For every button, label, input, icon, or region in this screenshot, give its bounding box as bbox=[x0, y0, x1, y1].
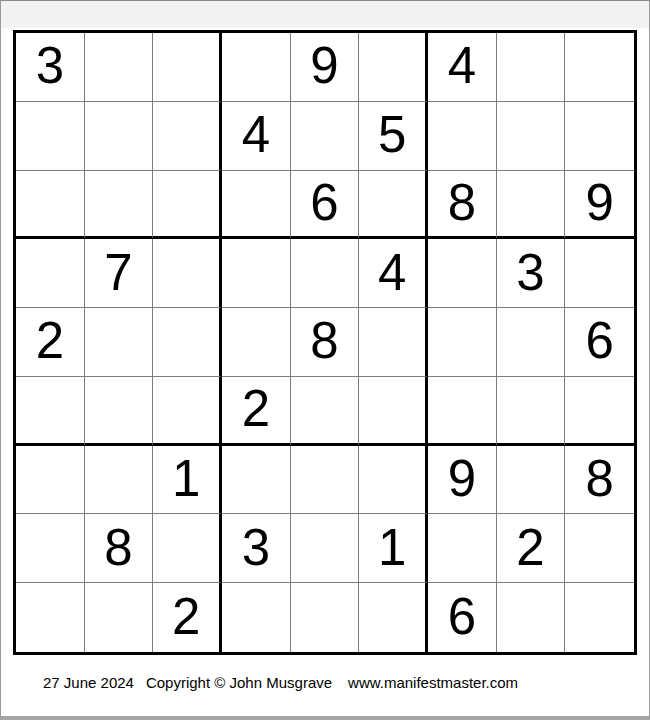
given-digit: 4 bbox=[242, 109, 270, 160]
sudoku-cell-r6c3[interactable] bbox=[153, 377, 222, 446]
sudoku-cell-r8c4[interactable]: 3 bbox=[222, 514, 291, 583]
sudoku-cell-r2c3[interactable] bbox=[153, 102, 222, 171]
sudoku-cell-r6c9[interactable] bbox=[565, 377, 634, 446]
puzzle-page: 394456897432862198831226 27 June 2024 Co… bbox=[0, 0, 650, 720]
sudoku-cell-r3c7[interactable]: 8 bbox=[428, 171, 497, 240]
sudoku-cell-r6c8[interactable] bbox=[497, 377, 566, 446]
sudoku-cell-r7c3[interactable]: 1 bbox=[153, 446, 222, 515]
sudoku-cell-r3c5[interactable]: 6 bbox=[291, 171, 360, 240]
footer: 27 June 2024 Copyright © John Musgrave w… bbox=[43, 672, 518, 692]
sudoku-cell-r1c4[interactable] bbox=[222, 33, 291, 102]
sudoku-cell-r5c1[interactable]: 2 bbox=[16, 308, 85, 377]
sudoku-cell-r1c6[interactable] bbox=[359, 33, 428, 102]
given-digit: 3 bbox=[516, 247, 544, 298]
sudoku-cell-r2c7[interactable] bbox=[428, 102, 497, 171]
sudoku-cell-r1c8[interactable] bbox=[497, 33, 566, 102]
given-digit: 5 bbox=[378, 109, 406, 160]
sudoku-cell-r4c1[interactable] bbox=[16, 239, 85, 308]
sudoku-cell-r4c3[interactable] bbox=[153, 239, 222, 308]
sudoku-cell-r2c5[interactable] bbox=[291, 102, 360, 171]
given-digit: 8 bbox=[448, 177, 476, 228]
sudoku-cell-r7c7[interactable]: 9 bbox=[428, 446, 497, 515]
sudoku-cell-r8c1[interactable] bbox=[16, 514, 85, 583]
sudoku-cell-r5c4[interactable] bbox=[222, 308, 291, 377]
sudoku-cell-r4c2[interactable]: 7 bbox=[85, 239, 154, 308]
sudoku-cell-r9c7[interactable]: 6 bbox=[428, 583, 497, 652]
sudoku-cell-r8c7[interactable] bbox=[428, 514, 497, 583]
sudoku-cell-r6c1[interactable] bbox=[16, 377, 85, 446]
sudoku-cell-r5c5[interactable]: 8 bbox=[291, 308, 360, 377]
sudoku-cell-r6c4[interactable]: 2 bbox=[222, 377, 291, 446]
sudoku-cell-r9c9[interactable] bbox=[565, 583, 634, 652]
sudoku-cell-r5c8[interactable] bbox=[497, 308, 566, 377]
sudoku-cell-r5c2[interactable] bbox=[85, 308, 154, 377]
sudoku-cell-r7c4[interactable] bbox=[222, 446, 291, 515]
sudoku-cell-r8c2[interactable]: 8 bbox=[85, 514, 154, 583]
sudoku-cell-r3c2[interactable] bbox=[85, 171, 154, 240]
sudoku-cell-r1c1[interactable]: 3 bbox=[16, 33, 85, 102]
given-digit: 3 bbox=[36, 40, 64, 91]
sudoku-cell-r2c4[interactable]: 4 bbox=[222, 102, 291, 171]
sudoku-cell-r7c9[interactable]: 8 bbox=[565, 446, 634, 515]
sudoku-cell-r4c5[interactable] bbox=[291, 239, 360, 308]
sudoku-cell-r9c2[interactable] bbox=[85, 583, 154, 652]
sudoku-cell-r4c9[interactable] bbox=[565, 239, 634, 308]
sudoku-cell-r3c3[interactable] bbox=[153, 171, 222, 240]
sudoku-cell-r8c9[interactable] bbox=[565, 514, 634, 583]
sudoku-cell-r1c5[interactable]: 9 bbox=[291, 33, 360, 102]
sudoku-cell-r8c6[interactable]: 1 bbox=[359, 514, 428, 583]
sudoku-cell-r7c6[interactable] bbox=[359, 446, 428, 515]
top-strip bbox=[1, 1, 649, 28]
sudoku-cell-r3c8[interactable] bbox=[497, 171, 566, 240]
given-digit: 9 bbox=[585, 177, 613, 228]
sudoku-cell-r2c6[interactable]: 5 bbox=[359, 102, 428, 171]
sudoku-cell-r8c3[interactable] bbox=[153, 514, 222, 583]
given-digit: 7 bbox=[104, 247, 132, 298]
sudoku-cell-r6c2[interactable] bbox=[85, 377, 154, 446]
sudoku-cell-r8c8[interactable]: 2 bbox=[497, 514, 566, 583]
sudoku-cell-r1c2[interactable] bbox=[85, 33, 154, 102]
sudoku-cell-r6c7[interactable] bbox=[428, 377, 497, 446]
given-digit: 2 bbox=[172, 591, 200, 642]
sudoku-cell-r1c7[interactable]: 4 bbox=[428, 33, 497, 102]
given-digit: 9 bbox=[310, 40, 338, 91]
sudoku-cell-r7c1[interactable] bbox=[16, 446, 85, 515]
given-digit: 9 bbox=[448, 453, 476, 504]
given-digit: 6 bbox=[585, 315, 613, 366]
sudoku-cell-r4c4[interactable] bbox=[222, 239, 291, 308]
sudoku-cell-r9c8[interactable] bbox=[497, 583, 566, 652]
sudoku-cell-r4c8[interactable]: 3 bbox=[497, 239, 566, 308]
sudoku-cell-r5c6[interactable] bbox=[359, 308, 428, 377]
sudoku-cell-r7c2[interactable] bbox=[85, 446, 154, 515]
sudoku-board: 394456897432862198831226 bbox=[13, 30, 637, 655]
sudoku-cell-r7c8[interactable] bbox=[497, 446, 566, 515]
footer-copyright: Copyright © John Musgrave bbox=[146, 674, 332, 691]
sudoku-cell-r9c1[interactable] bbox=[16, 583, 85, 652]
sudoku-cell-r5c3[interactable] bbox=[153, 308, 222, 377]
sudoku-cell-r3c9[interactable]: 9 bbox=[565, 171, 634, 240]
given-digit: 2 bbox=[516, 522, 544, 573]
given-digit: 6 bbox=[310, 177, 338, 228]
sudoku-cell-r7c5[interactable] bbox=[291, 446, 360, 515]
sudoku-cell-r5c7[interactable] bbox=[428, 308, 497, 377]
sudoku-cell-r2c1[interactable] bbox=[16, 102, 85, 171]
given-digit: 4 bbox=[448, 40, 476, 91]
given-digit: 2 bbox=[242, 383, 270, 434]
sudoku-cell-r9c5[interactable] bbox=[291, 583, 360, 652]
sudoku-cell-r1c3[interactable] bbox=[153, 33, 222, 102]
sudoku-cell-r3c4[interactable] bbox=[222, 171, 291, 240]
sudoku-cell-r2c9[interactable] bbox=[565, 102, 634, 171]
given-digit: 4 bbox=[378, 247, 406, 298]
sudoku-cell-r2c8[interactable] bbox=[497, 102, 566, 171]
sudoku-cell-r8c5[interactable] bbox=[291, 514, 360, 583]
given-digit: 1 bbox=[378, 522, 406, 573]
given-digit: 3 bbox=[242, 522, 270, 573]
given-digit: 8 bbox=[310, 315, 338, 366]
sudoku-cell-r6c6[interactable] bbox=[359, 377, 428, 446]
sudoku-cell-r1c9[interactable] bbox=[565, 33, 634, 102]
footer-date: 27 June 2024 bbox=[43, 674, 134, 691]
given-digit: 8 bbox=[104, 522, 132, 573]
given-digit: 8 bbox=[585, 453, 613, 504]
sudoku-cell-r9c3[interactable]: 2 bbox=[153, 583, 222, 652]
given-digit: 1 bbox=[172, 453, 200, 504]
footer-website: www.manifestmaster.com bbox=[348, 674, 518, 691]
given-digit: 2 bbox=[36, 315, 64, 366]
sudoku-cell-r3c1[interactable] bbox=[16, 171, 85, 240]
sudoku-cell-r4c6[interactable]: 4 bbox=[359, 239, 428, 308]
sudoku-cell-r9c4[interactable] bbox=[222, 583, 291, 652]
sudoku-cell-r9c6[interactable] bbox=[359, 583, 428, 652]
sudoku-cell-r3c6[interactable] bbox=[359, 171, 428, 240]
given-digit: 6 bbox=[448, 591, 476, 642]
sudoku-cell-r6c5[interactable] bbox=[291, 377, 360, 446]
sudoku-cell-r2c2[interactable] bbox=[85, 102, 154, 171]
sudoku-cell-r5c9[interactable]: 6 bbox=[565, 308, 634, 377]
sudoku-cell-r4c7[interactable] bbox=[428, 239, 497, 308]
